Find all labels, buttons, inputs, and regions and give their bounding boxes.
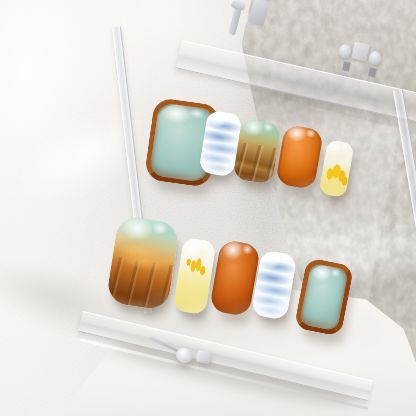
clasp-latch-icon (196, 350, 211, 365)
product-photo-scene (0, 0, 416, 416)
